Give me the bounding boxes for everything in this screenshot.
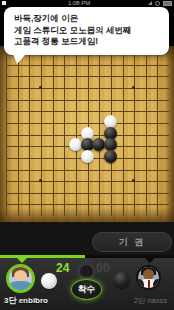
right-avatar-suit xyxy=(136,279,144,289)
mid-panel: 기 권 xyxy=(0,222,174,255)
right-player-name: 2단 naxss xyxy=(134,296,167,306)
white-stone-icon xyxy=(41,273,57,289)
left-avatar-shirt xyxy=(9,281,32,291)
white-stone xyxy=(69,138,82,151)
right-avatar-suit xyxy=(153,279,161,289)
right-avatar-tie xyxy=(148,280,150,288)
left-player-avatar[interactable] xyxy=(6,264,35,293)
resign-button[interactable]: 기 권 xyxy=(92,232,172,252)
active-player-notch xyxy=(17,258,27,263)
game-board[interactable] xyxy=(0,46,174,222)
status-time: 1:08 PM xyxy=(68,0,90,7)
app-screen: 1:08 PM 바둑,장기에 이은 게임 스튜디오 모노몹의 세번째 고품격 정… xyxy=(0,0,174,310)
white-stone xyxy=(104,115,117,128)
bubble-text-line3: 고품격 정통 보드게임! xyxy=(14,36,161,48)
left-player-name: 3단 enbibro xyxy=(4,295,48,306)
right-player-avatar[interactable] xyxy=(136,265,161,290)
bubble-text-line1: 바둑,장기에 이은 xyxy=(14,13,161,25)
bubble-tail xyxy=(13,54,26,64)
alarm-icon xyxy=(155,1,160,6)
signal-icon xyxy=(148,1,152,5)
battery-icon xyxy=(163,1,172,6)
white-stone xyxy=(81,150,94,163)
stopwatch-crown xyxy=(84,259,89,262)
black-stone xyxy=(104,150,117,163)
promo-speech-bubble: 바둑,장기에 이은 게임 스튜디오 모노몹의 세번째 고품격 정통 보드게임! xyxy=(4,7,169,55)
star-point xyxy=(39,86,42,89)
inactive-player-notch xyxy=(145,258,155,263)
place-stone-button[interactable]: 착수 xyxy=(71,279,102,300)
bubble-text-line2: 게임 스튜디오 모노몹의 세번째 xyxy=(14,25,161,37)
status-icons xyxy=(148,1,172,6)
status-bar: 1:08 PM xyxy=(0,0,174,7)
notification-icon xyxy=(2,1,6,5)
right-player-timer: 00 xyxy=(96,261,122,275)
